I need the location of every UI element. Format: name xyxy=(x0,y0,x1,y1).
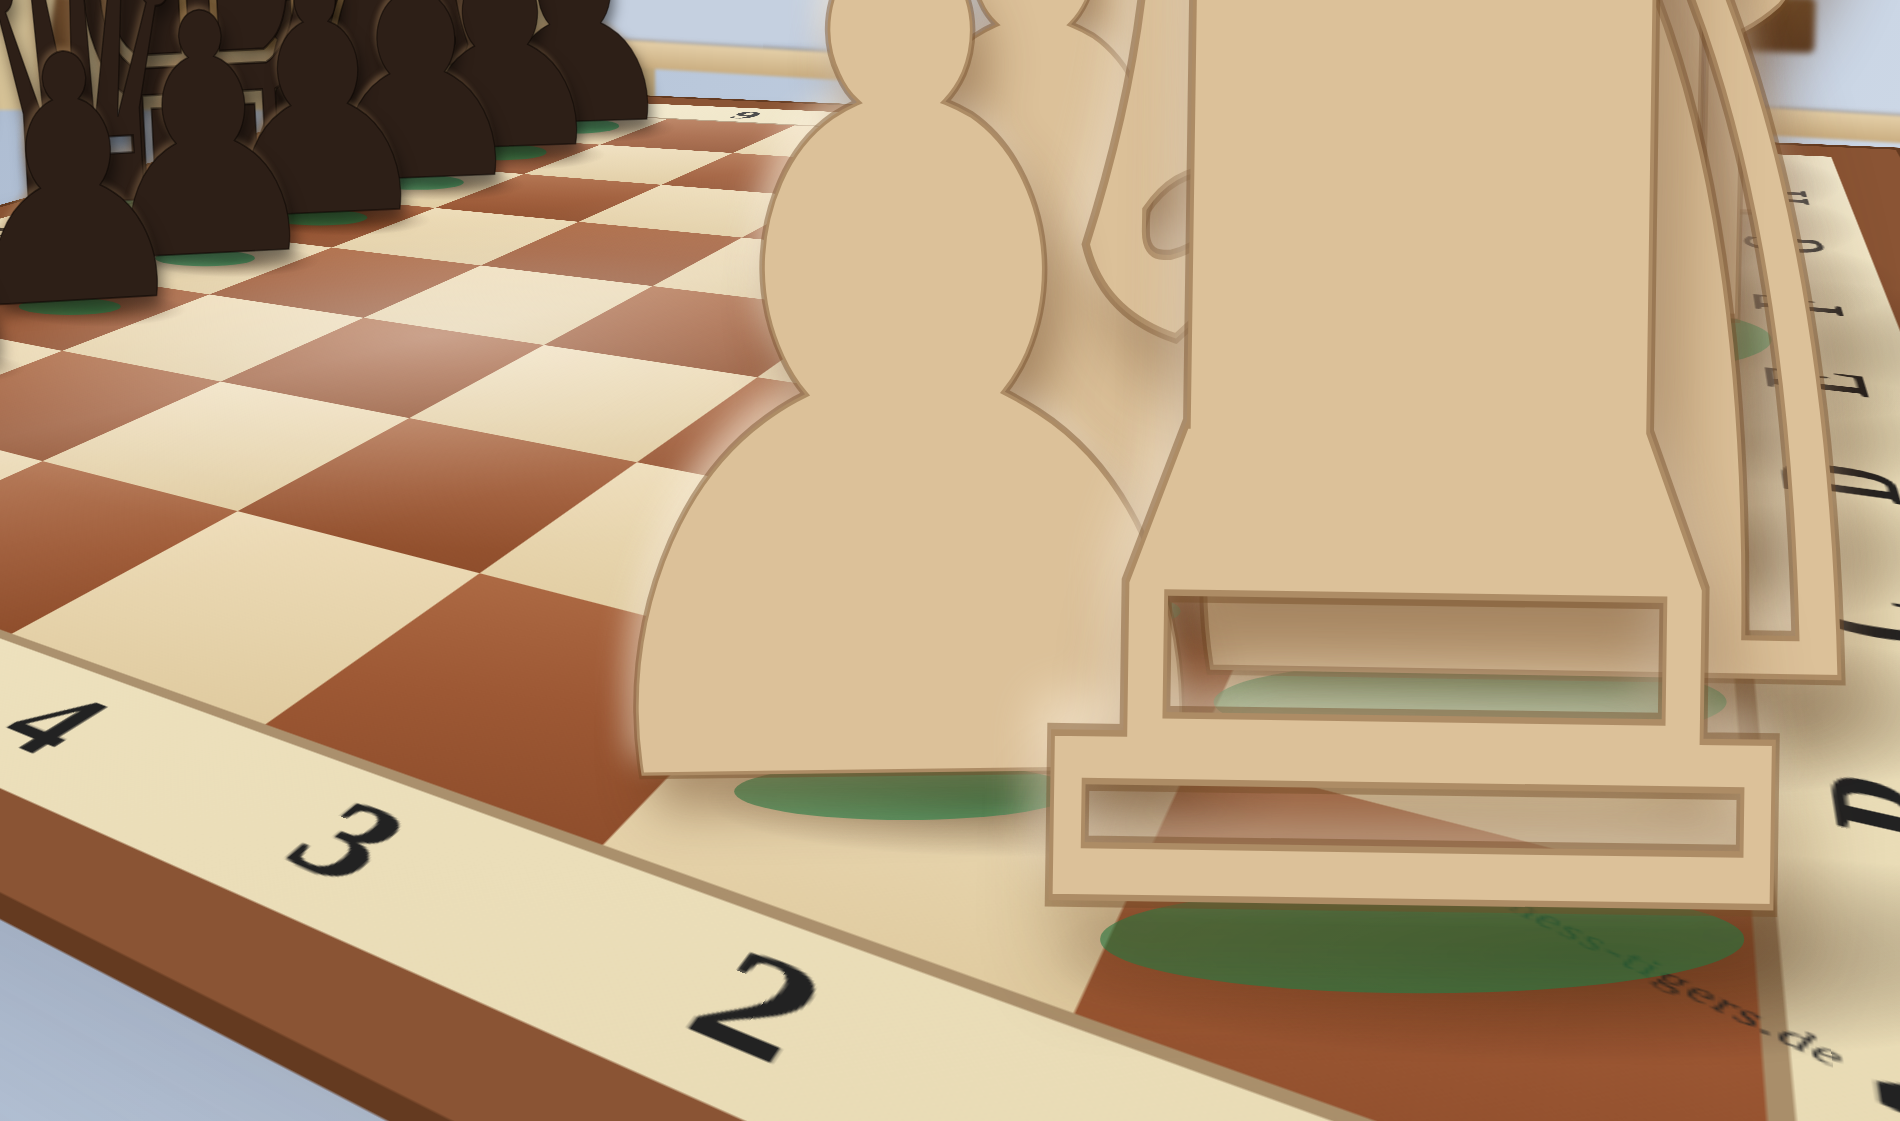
rank-label-1-far: 1 xyxy=(1557,146,1605,164)
chessboard: 1122334455667788AABBCCDDEEFFGGHHchess-ti… xyxy=(0,94,1900,1121)
chess-photo-scene: 1122334455667788AABBCCDDEEFFGGHHchess-ti… xyxy=(0,0,1900,1121)
bench-seat xyxy=(1304,0,1815,53)
chair-seat xyxy=(425,0,517,34)
far-table-surface xyxy=(556,0,1406,44)
